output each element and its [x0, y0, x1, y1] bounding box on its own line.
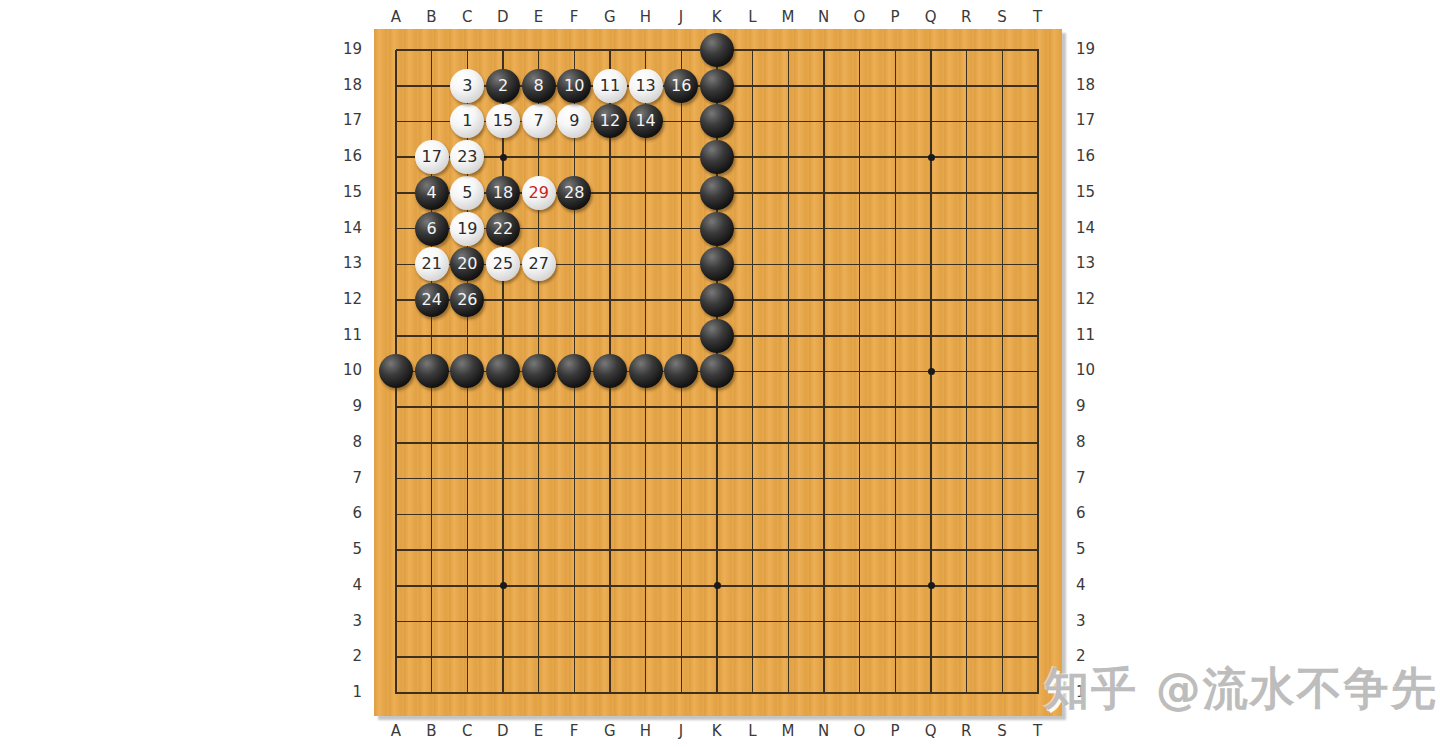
stone-white-B13-move-21: 21 — [415, 247, 449, 281]
row-label-5: 5 — [330, 532, 368, 568]
move-number-13: 13 — [635, 78, 655, 94]
move-number-3: 3 — [462, 78, 472, 94]
intersection-K14 — [699, 211, 735, 247]
row-label-12: 12 — [330, 282, 368, 318]
stone-black-K12 — [700, 283, 734, 317]
row-label-10: 10 — [1070, 353, 1108, 389]
intersection-K18 — [699, 68, 735, 104]
intersection-G18: 11 — [592, 68, 628, 104]
col-label-N: N — [806, 8, 842, 26]
intersection-D13: 25 — [485, 246, 521, 282]
move-number-12: 12 — [600, 113, 620, 129]
stone-black-K16 — [700, 140, 734, 174]
move-number-1: 1 — [462, 113, 472, 129]
move-number-4: 4 — [427, 185, 437, 201]
row-labels-right: 19181716151413121110987654321 — [1070, 32, 1108, 711]
stones-layer: 1234567891011121314151617181920212223242… — [378, 32, 1055, 711]
row-labels-left: 19181716151413121110987654321 — [330, 32, 368, 711]
stone-white-D17-move-15: 15 — [486, 104, 520, 138]
stone-black-H17-move-14: 14 — [629, 104, 663, 138]
intersection-D14: 22 — [485, 211, 521, 247]
move-number-18: 18 — [493, 185, 513, 201]
stone-black-E18-move-8: 8 — [522, 69, 556, 103]
col-label-D: D — [485, 8, 521, 26]
row-label-8: 8 — [330, 425, 368, 461]
col-label-P: P — [877, 722, 913, 740]
col-label-A: A — [378, 722, 414, 740]
intersection-F17: 9 — [556, 104, 592, 140]
stone-black-K15 — [700, 176, 734, 210]
col-label-S: S — [984, 8, 1020, 26]
intersection-D18: 2 — [485, 68, 521, 104]
intersection-B10 — [414, 354, 450, 390]
row-label-6: 6 — [330, 496, 368, 532]
move-number-22: 22 — [493, 221, 513, 237]
row-label-16: 16 — [330, 139, 368, 175]
intersection-F10 — [556, 354, 592, 390]
stone-black-F10 — [557, 354, 591, 388]
stone-black-K18 — [700, 69, 734, 103]
row-label-7: 7 — [1070, 461, 1108, 497]
stone-white-E15-move-29: 29 — [522, 176, 556, 210]
stone-black-D14-move-22: 22 — [486, 212, 520, 246]
row-label-1: 1 — [330, 675, 368, 711]
move-number-2: 2 — [498, 78, 508, 94]
col-label-H: H — [628, 722, 664, 740]
row-label-13: 13 — [1070, 246, 1108, 282]
col-label-R: R — [949, 722, 985, 740]
move-number-19: 19 — [457, 221, 477, 237]
col-label-K: K — [699, 8, 735, 26]
move-number-17: 17 — [421, 149, 441, 165]
intersection-E17: 7 — [521, 104, 557, 140]
intersection-D10 — [485, 354, 521, 390]
stone-black-J18-move-16: 16 — [664, 69, 698, 103]
row-label-10: 10 — [330, 353, 368, 389]
intersection-E15: 29 — [521, 175, 557, 211]
stone-black-C10 — [450, 354, 484, 388]
column-labels-top: ABCDEFGHJKLMNOPQRST — [378, 8, 1056, 26]
stone-black-F15-move-28: 28 — [557, 176, 591, 210]
stone-black-A10 — [379, 354, 413, 388]
intersection-C13: 20 — [450, 246, 486, 282]
stone-black-K10 — [700, 354, 734, 388]
intersection-H17: 14 — [628, 104, 664, 140]
move-number-27: 27 — [528, 256, 548, 272]
intersection-K12 — [699, 282, 735, 318]
intersection-C16: 23 — [450, 139, 486, 175]
row-label-13: 13 — [330, 246, 368, 282]
col-label-H: H — [628, 8, 664, 26]
col-label-M: M — [770, 722, 806, 740]
col-label-O: O — [842, 722, 878, 740]
row-label-2: 2 — [330, 639, 368, 675]
move-number-26: 26 — [457, 292, 477, 308]
row-label-9: 9 — [1070, 389, 1108, 425]
intersection-K17 — [699, 104, 735, 140]
intersection-K15 — [699, 175, 735, 211]
intersection-G10 — [592, 354, 628, 390]
row-label-6: 6 — [1070, 496, 1108, 532]
intersection-C12: 26 — [450, 282, 486, 318]
intersection-G17: 12 — [592, 104, 628, 140]
stone-black-G10 — [593, 354, 627, 388]
col-label-B: B — [414, 722, 450, 740]
intersection-B12: 24 — [414, 282, 450, 318]
col-label-C: C — [449, 722, 485, 740]
intersection-F15: 28 — [556, 175, 592, 211]
col-label-L: L — [735, 8, 771, 26]
stone-white-B16-move-17: 17 — [415, 140, 449, 174]
intersection-K19 — [699, 32, 735, 68]
row-label-4: 4 — [1070, 568, 1108, 604]
stone-black-C13-move-20: 20 — [450, 247, 484, 281]
row-label-16: 16 — [1070, 139, 1108, 175]
stone-white-C17-move-1: 1 — [450, 104, 484, 138]
row-label-3: 3 — [1070, 604, 1108, 640]
col-label-C: C — [449, 8, 485, 26]
row-label-17: 17 — [1070, 103, 1108, 139]
row-label-11: 11 — [1070, 318, 1108, 354]
stone-white-E13-move-27: 27 — [522, 247, 556, 281]
row-label-3: 3 — [330, 604, 368, 640]
stone-black-G17-move-12: 12 — [593, 104, 627, 138]
stone-black-B10 — [415, 354, 449, 388]
col-label-G: G — [592, 8, 628, 26]
col-label-O: O — [842, 8, 878, 26]
row-label-19: 19 — [330, 32, 368, 68]
intersection-B14: 6 — [414, 211, 450, 247]
stone-black-B14-move-6: 6 — [415, 212, 449, 246]
move-number-8: 8 — [534, 78, 544, 94]
column-labels-bottom: ABCDEFGHJKLMNOPQRST — [378, 722, 1056, 740]
move-number-28: 28 — [564, 185, 584, 201]
col-label-K: K — [699, 722, 735, 740]
col-label-E: E — [521, 8, 557, 26]
intersection-C10 — [450, 354, 486, 390]
move-number-20: 20 — [457, 256, 477, 272]
intersection-J10 — [663, 354, 699, 390]
intersection-K11 — [699, 318, 735, 354]
intersection-B16: 17 — [414, 139, 450, 175]
intersection-B15: 4 — [414, 175, 450, 211]
go-diagram-page: ABCDEFGHJKLMNOPQRST ABCDEFGHJKLMNOPQRST … — [0, 0, 1440, 747]
intersection-D15: 18 — [485, 175, 521, 211]
stone-white-H18-move-13: 13 — [629, 69, 663, 103]
col-label-G: G — [592, 722, 628, 740]
zhihu-watermark: 知乎 @流水不争先 — [1044, 659, 1438, 719]
row-label-5: 5 — [1070, 532, 1108, 568]
intersection-F18: 10 — [556, 68, 592, 104]
intersection-C17: 1 — [450, 104, 486, 140]
col-label-Q: Q — [913, 722, 949, 740]
col-label-J: J — [663, 722, 699, 740]
col-label-P: P — [877, 8, 913, 26]
col-label-T: T — [1020, 722, 1056, 740]
row-label-7: 7 — [330, 461, 368, 497]
move-number-10: 10 — [564, 78, 584, 94]
stone-black-B15-move-4: 4 — [415, 176, 449, 210]
intersection-E18: 8 — [521, 68, 557, 104]
col-label-S: S — [984, 722, 1020, 740]
col-label-N: N — [806, 722, 842, 740]
col-label-L: L — [735, 722, 771, 740]
intersection-J18: 16 — [663, 68, 699, 104]
row-label-9: 9 — [330, 389, 368, 425]
col-label-B: B — [414, 8, 450, 26]
row-label-19: 19 — [1070, 32, 1108, 68]
stone-black-F18-move-10: 10 — [557, 69, 591, 103]
intersection-K10 — [699, 354, 735, 390]
stone-white-C16-move-23: 23 — [450, 140, 484, 174]
intersection-H18: 13 — [628, 68, 664, 104]
intersection-B13: 21 — [414, 246, 450, 282]
move-number-11: 11 — [600, 78, 620, 94]
intersection-C15: 5 — [450, 175, 486, 211]
stone-white-C15-move-5: 5 — [450, 176, 484, 210]
intersection-H10 — [628, 354, 664, 390]
col-label-M: M — [770, 8, 806, 26]
intersection-D17: 15 — [485, 104, 521, 140]
row-label-11: 11 — [330, 318, 368, 354]
col-label-Q: Q — [913, 8, 949, 26]
stone-white-C14-move-19: 19 — [450, 212, 484, 246]
move-number-23: 23 — [457, 149, 477, 165]
stone-black-E10 — [522, 354, 556, 388]
row-label-15: 15 — [1070, 175, 1108, 211]
row-label-18: 18 — [330, 68, 368, 104]
col-label-R: R — [949, 8, 985, 26]
intersection-C18: 3 — [450, 68, 486, 104]
col-label-T: T — [1020, 8, 1056, 26]
row-label-17: 17 — [330, 103, 368, 139]
stone-black-D15-move-18: 18 — [486, 176, 520, 210]
move-number-14: 14 — [635, 113, 655, 129]
row-label-4: 4 — [330, 568, 368, 604]
stone-white-G18-move-11: 11 — [593, 69, 627, 103]
stone-black-K19 — [700, 33, 734, 67]
row-label-14: 14 — [330, 211, 368, 247]
move-number-7: 7 — [534, 113, 544, 129]
stone-black-K14 — [700, 212, 734, 246]
move-number-5: 5 — [462, 185, 472, 201]
move-number-25: 25 — [493, 256, 513, 272]
move-number-21: 21 — [421, 256, 441, 272]
move-number-6: 6 — [427, 221, 437, 237]
stone-white-C18-move-3: 3 — [450, 69, 484, 103]
intersection-C14: 19 — [450, 211, 486, 247]
col-label-F: F — [556, 8, 592, 26]
intersection-K13 — [699, 246, 735, 282]
stone-black-B12-move-24: 24 — [415, 283, 449, 317]
stone-black-H10 — [629, 354, 663, 388]
intersection-E13: 27 — [521, 246, 557, 282]
col-label-D: D — [485, 722, 521, 740]
col-label-J: J — [663, 8, 699, 26]
stone-black-K11 — [700, 319, 734, 353]
stone-black-C12-move-26: 26 — [450, 283, 484, 317]
stone-white-F17-move-9: 9 — [557, 104, 591, 138]
col-label-E: E — [521, 722, 557, 740]
move-number-24: 24 — [421, 292, 441, 308]
stone-black-D10 — [486, 354, 520, 388]
stone-black-J10 — [664, 354, 698, 388]
row-label-8: 8 — [1070, 425, 1108, 461]
intersection-E10 — [521, 354, 557, 390]
stone-black-K13 — [700, 247, 734, 281]
move-number-16: 16 — [671, 78, 691, 94]
row-label-14: 14 — [1070, 211, 1108, 247]
col-label-A: A — [378, 8, 414, 26]
move-number-9: 9 — [569, 113, 579, 129]
row-label-18: 18 — [1070, 68, 1108, 104]
go-board: 1234567891011121314151617181920212223242… — [374, 29, 1062, 716]
stone-black-D18-move-2: 2 — [486, 69, 520, 103]
row-label-12: 12 — [1070, 282, 1108, 318]
intersection-K16 — [699, 139, 735, 175]
move-number-29: 29 — [528, 185, 548, 201]
stone-white-D13-move-25: 25 — [486, 247, 520, 281]
row-label-15: 15 — [330, 175, 368, 211]
intersection-A10 — [378, 354, 414, 390]
stone-white-E17-move-7: 7 — [522, 104, 556, 138]
col-label-F: F — [556, 722, 592, 740]
move-number-15: 15 — [493, 113, 513, 129]
stone-black-K17 — [700, 104, 734, 138]
